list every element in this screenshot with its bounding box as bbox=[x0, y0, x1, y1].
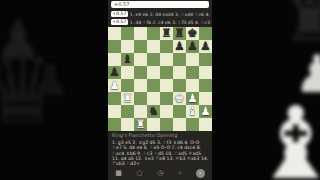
square-f7[interactable]: ♟ bbox=[173, 40, 186, 53]
square-d6[interactable] bbox=[147, 53, 160, 66]
back-icon[interactable]: ‹ bbox=[178, 170, 181, 177]
square-h6[interactable] bbox=[199, 53, 212, 66]
square-c8[interactable] bbox=[134, 27, 147, 40]
square-g5[interactable] bbox=[186, 66, 199, 79]
square-b8[interactable] bbox=[121, 27, 134, 40]
square-e5[interactable] bbox=[160, 66, 173, 79]
square-g6[interactable] bbox=[186, 53, 199, 66]
square-e2[interactable] bbox=[160, 105, 173, 118]
square-d5[interactable] bbox=[147, 66, 160, 79]
square-c1[interactable]: ♜ bbox=[134, 118, 147, 131]
evaluation-bar: +0.57 bbox=[111, 1, 209, 8]
move-list[interactable]: 1. g3 e5 2. ♗g2 d5 3. ♘f3 ♗d6 4. O-O ♘e7… bbox=[112, 140, 209, 166]
chess-board[interactable]: ♜♜♚♟♟♟♝♟♟♜♚♟♞♝♟♜ bbox=[108, 27, 212, 131]
square-a4[interactable]: ♟ bbox=[108, 79, 121, 92]
square-g7[interactable]: ♟ bbox=[186, 40, 199, 53]
square-h5[interactable] bbox=[199, 66, 212, 79]
white-pawn-icon: ♟ bbox=[109, 80, 119, 92]
square-a8[interactable] bbox=[108, 27, 121, 40]
square-h2[interactable]: ♟ bbox=[199, 105, 212, 118]
black-bishop-icon: ♝ bbox=[122, 54, 132, 66]
black-knight-icon: ♞ bbox=[148, 106, 158, 118]
square-e4[interactable] bbox=[160, 79, 173, 92]
square-d2[interactable]: ♞ bbox=[147, 105, 160, 118]
black-pawn-icon: ♟ bbox=[187, 41, 197, 53]
white-rook-icon: ♜ bbox=[122, 93, 132, 105]
square-d7[interactable] bbox=[147, 40, 160, 53]
square-b1[interactable] bbox=[121, 118, 134, 131]
square-c6[interactable] bbox=[134, 53, 147, 66]
eval-badge: +0.57 bbox=[111, 19, 128, 25]
white-king-icon: ♚ bbox=[174, 93, 184, 105]
square-f6[interactable] bbox=[173, 53, 186, 66]
square-f1[interactable] bbox=[173, 118, 186, 131]
black-rook-icon: ♜ bbox=[161, 28, 171, 40]
square-h4[interactable] bbox=[199, 79, 212, 92]
square-a3[interactable] bbox=[108, 92, 121, 105]
engine-line-moves: 1. d4 ♘f6 2. c4 e6 3. ♘f3 d5 4. ♘c3 ♗b4 bbox=[130, 20, 211, 25]
white-rook-icon: ♜ bbox=[135, 119, 145, 131]
engine-line-2[interactable]: +0.57 1. d4 ♘f6 2. c4 e6 3. ♘f3 d5 4. ♘c… bbox=[111, 18, 211, 26]
menu-icon[interactable]: ■ bbox=[115, 170, 122, 177]
opening-name: King's Fianchetto Opening bbox=[112, 132, 177, 138]
clock-icon[interactable]: ◷ bbox=[157, 170, 163, 177]
black-pawn-icon: ♟ bbox=[174, 41, 184, 53]
square-e8[interactable]: ♜ bbox=[160, 27, 173, 40]
white-pawn-icon: ♟ bbox=[200, 106, 210, 118]
square-b2[interactable] bbox=[121, 105, 134, 118]
square-a1[interactable] bbox=[108, 118, 121, 131]
video-frame: ♟♛♟♜♟♝ +0.57 +0.57 1. e4 e6 2. d4 exd4 3… bbox=[0, 0, 320, 180]
square-h7[interactable]: ♟ bbox=[199, 40, 212, 53]
square-a2[interactable] bbox=[108, 105, 121, 118]
engine-lines: +0.57 1. e4 e6 2. d4 exd4 3. ♘xd4 ♘c6 4.… bbox=[111, 10, 211, 26]
square-d4[interactable] bbox=[147, 79, 160, 92]
square-f2[interactable] bbox=[173, 105, 186, 118]
square-e3[interactable] bbox=[160, 92, 173, 105]
square-c5[interactable] bbox=[134, 66, 147, 79]
white-bishop-icon: ♝ bbox=[187, 106, 197, 118]
square-f5[interactable] bbox=[173, 66, 186, 79]
white-pawn-icon: ♟ bbox=[187, 93, 197, 105]
blurred-white-bishop-icon: ♝ bbox=[251, 94, 320, 180]
blurred-black-rook-icon: ♜ bbox=[283, 0, 320, 50]
square-a7[interactable] bbox=[108, 40, 121, 53]
eval-badge: +0.57 bbox=[111, 11, 128, 17]
analysis-panel: +0.57 +0.57 1. e4 e6 2. d4 exd4 3. ♘xd4 … bbox=[108, 0, 212, 180]
square-e6[interactable] bbox=[160, 53, 173, 66]
square-b3[interactable]: ♜ bbox=[121, 92, 134, 105]
engine-line-1[interactable]: +0.57 1. e4 e6 2. d4 exd4 3. ♘xd4 ♘c6 4.… bbox=[111, 10, 211, 18]
black-rook-icon: ♜ bbox=[174, 28, 184, 40]
forward-icon[interactable]: › bbox=[196, 169, 205, 178]
circle-icon[interactable]: ○ bbox=[137, 170, 143, 177]
square-e7[interactable] bbox=[160, 40, 173, 53]
square-g1[interactable] bbox=[186, 118, 199, 131]
square-e1[interactable] bbox=[160, 118, 173, 131]
black-king-icon: ♚ bbox=[187, 28, 197, 40]
engine-line-moves: 1. e4 e6 2. d4 exd4 3. ♘xd4 ♘c6 4. ♘c3 ♘… bbox=[130, 12, 211, 17]
square-c3[interactable] bbox=[134, 92, 147, 105]
toolbar: ■○◷‹› bbox=[108, 166, 212, 180]
square-d8[interactable] bbox=[147, 27, 160, 40]
blurred-black-pawn-icon: ♟ bbox=[32, 60, 70, 102]
square-d1[interactable] bbox=[147, 118, 160, 131]
square-b6[interactable]: ♝ bbox=[121, 53, 134, 66]
square-h1[interactable] bbox=[199, 118, 212, 131]
square-c7[interactable] bbox=[134, 40, 147, 53]
black-pawn-icon: ♟ bbox=[109, 67, 119, 79]
square-c4[interactable] bbox=[134, 79, 147, 92]
black-pawn-icon: ♟ bbox=[200, 41, 210, 53]
square-g2[interactable]: ♝ bbox=[186, 105, 199, 118]
square-f3[interactable]: ♚ bbox=[173, 92, 186, 105]
square-b5[interactable] bbox=[121, 66, 134, 79]
